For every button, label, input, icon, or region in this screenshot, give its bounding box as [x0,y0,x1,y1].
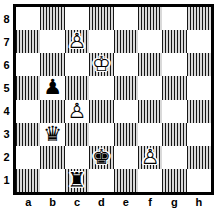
square-c4[interactable]: ♟♙ [65,100,89,123]
file-label-c: c [65,195,89,209]
square-d6[interactable]: ♚♔ [89,53,113,76]
rank-label-3: 3 [0,123,13,146]
square-f2[interactable]: ♟♙ [138,146,162,169]
square-f3[interactable] [138,123,162,146]
square-h4[interactable] [187,100,211,123]
square-d1[interactable] [89,169,113,192]
square-h2[interactable] [187,146,211,169]
piece-white-pawn[interactable]: ♟♙ [65,100,89,123]
square-e4[interactable] [114,100,138,123]
chess-diagram: 87654321 ♟♙♚♔♟♟♟♙♛♛♚♚♟♙♜♜ abcdefgh [0,0,221,209]
piece-glyph: ♛ [40,123,64,146]
square-h3[interactable] [187,123,211,146]
rank-label-8: 8 [0,7,13,30]
chess-board: ♟♙♚♔♟♟♟♙♛♛♚♚♟♙♜♜ [13,4,214,195]
square-b7[interactable] [40,30,64,53]
piece-glyph: ♜ [65,169,89,192]
square-f8[interactable] [138,7,162,30]
square-g4[interactable] [162,100,186,123]
square-b1[interactable] [40,169,64,192]
square-f1[interactable] [138,169,162,192]
square-c6[interactable] [65,53,89,76]
square-b6[interactable] [40,53,64,76]
rank-label-5: 5 [0,76,13,99]
square-a2[interactable] [16,146,40,169]
piece-black-queen[interactable]: ♛♛ [40,123,64,146]
square-g2[interactable] [162,146,186,169]
file-label-g: g [162,195,186,209]
square-g6[interactable] [162,53,186,76]
rank-labels: 87654321 [0,4,13,195]
file-label-e: e [114,195,138,209]
square-b3[interactable]: ♛♛ [40,123,64,146]
rank-label-7: 7 [0,30,13,53]
square-a1[interactable] [16,169,40,192]
square-g3[interactable] [162,123,186,146]
square-d3[interactable] [89,123,113,146]
file-label-a: a [16,195,40,209]
square-b4[interactable] [40,100,64,123]
piece-glyph: ♙ [65,30,89,53]
piece-black-pawn[interactable]: ♟♟ [40,76,64,99]
square-h7[interactable] [187,30,211,53]
rank-label-2: 2 [0,146,13,169]
square-e5[interactable] [114,76,138,99]
square-a6[interactable] [16,53,40,76]
square-h5[interactable] [187,76,211,99]
square-b5[interactable]: ♟♟ [40,76,64,99]
square-d7[interactable] [89,30,113,53]
square-d2[interactable]: ♚♚ [89,146,113,169]
square-e1[interactable] [114,169,138,192]
square-f4[interactable] [138,100,162,123]
piece-glyph: ♔ [89,53,113,76]
square-a8[interactable] [16,7,40,30]
rank-label-1: 1 [0,169,13,192]
file-label-f: f [138,195,162,209]
square-f6[interactable] [138,53,162,76]
square-a3[interactable] [16,123,40,146]
square-e2[interactable] [114,146,138,169]
file-label-d: d [89,195,113,209]
piece-black-rook[interactable]: ♜♜ [65,169,89,192]
piece-white-king[interactable]: ♚♔ [89,53,113,76]
piece-white-pawn[interactable]: ♟♙ [65,30,89,53]
piece-glyph: ♙ [65,100,89,123]
square-c8[interactable] [65,7,89,30]
board-layout: 87654321 ♟♙♚♔♟♟♟♙♛♛♚♚♟♙♜♜ abcdefgh [0,4,214,209]
square-d5[interactable] [89,76,113,99]
square-h6[interactable] [187,53,211,76]
piece-glyph: ♟ [40,76,64,99]
piece-glyph: ♙ [138,146,162,169]
square-e7[interactable] [114,30,138,53]
piece-white-pawn[interactable]: ♟♙ [138,146,162,169]
square-e3[interactable] [114,123,138,146]
square-d8[interactable] [89,7,113,30]
square-a4[interactable] [16,100,40,123]
square-d4[interactable] [89,100,113,123]
file-label-b: b [40,195,64,209]
square-b8[interactable] [40,7,64,30]
file-labels: abcdefgh [13,195,214,209]
square-c5[interactable] [65,76,89,99]
square-g5[interactable] [162,76,186,99]
square-g7[interactable] [162,30,186,53]
piece-glyph: ♚ [89,146,113,169]
file-label-h: h [187,195,211,209]
rank-label-4: 4 [0,100,13,123]
square-g1[interactable] [162,169,186,192]
square-c3[interactable] [65,123,89,146]
square-h1[interactable] [187,169,211,192]
piece-black-king[interactable]: ♚♚ [89,146,113,169]
square-g8[interactable] [162,7,186,30]
square-a7[interactable] [16,30,40,53]
square-f5[interactable] [138,76,162,99]
square-h8[interactable] [187,7,211,30]
square-c7[interactable]: ♟♙ [65,30,89,53]
square-e6[interactable] [114,53,138,76]
square-c1[interactable]: ♜♜ [65,169,89,192]
square-a5[interactable] [16,76,40,99]
square-c2[interactable] [65,146,89,169]
square-b2[interactable] [40,146,64,169]
square-e8[interactable] [114,7,138,30]
rank-label-6: 6 [0,53,13,76]
square-f7[interactable] [138,30,162,53]
